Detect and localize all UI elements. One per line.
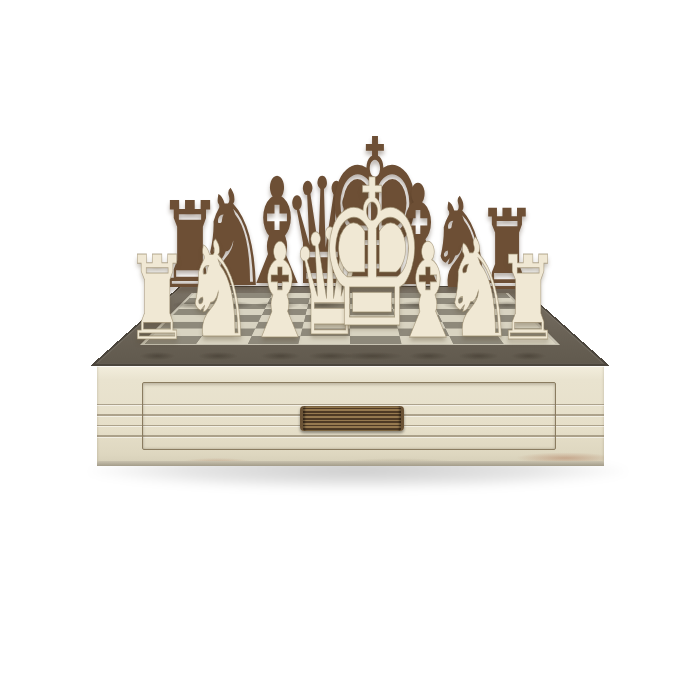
square-f1 [399, 336, 452, 344]
piece-dark-queen: ♛ [282, 159, 361, 306]
square-e3 [350, 322, 398, 329]
square-f2 [398, 329, 449, 336]
square-e2 [350, 329, 399, 336]
board-grid [145, 293, 556, 344]
piece-dark-king: ♚ [323, 114, 426, 306]
box-front [97, 366, 604, 466]
square-b3 [207, 322, 258, 329]
box-base [97, 461, 604, 466]
square-f3 [396, 322, 445, 329]
square-g3 [442, 322, 493, 329]
square-g1 [449, 336, 504, 344]
board-frame [90, 286, 610, 366]
square-a3 [160, 322, 213, 329]
square-c1 [247, 336, 300, 344]
square-h3 [488, 322, 541, 329]
product-photo-scene: ♜♞♝♛♚♝♞♜♜♞♝♛♚♝♞♜ [0, 0, 700, 700]
square-a2 [152, 329, 207, 336]
square-b2 [202, 329, 255, 336]
square-d3 [302, 322, 350, 329]
square-b1 [196, 336, 251, 344]
piece-dark-bishop: ♝ [237, 159, 316, 306]
square-a1 [145, 336, 202, 344]
chess-board [90, 286, 610, 366]
drawer-handle [300, 406, 404, 431]
square-c3 [255, 322, 304, 329]
square-d2 [301, 329, 350, 336]
square-h2 [493, 329, 548, 336]
square-g2 [445, 329, 498, 336]
square-d1 [299, 336, 350, 344]
square-c2 [251, 329, 302, 336]
square-h1 [498, 336, 555, 344]
square-e1 [350, 336, 401, 344]
